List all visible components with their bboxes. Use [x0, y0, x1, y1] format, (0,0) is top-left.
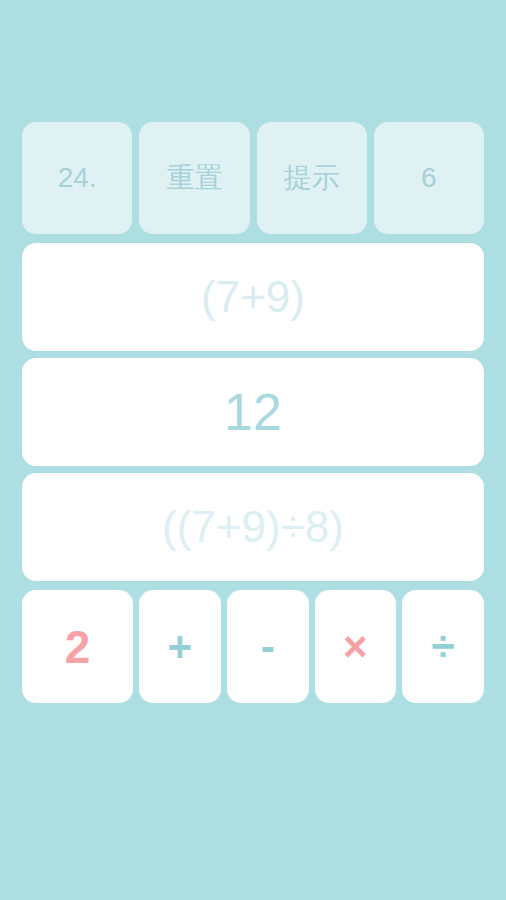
subtract-button[interactable]: - — [227, 590, 309, 703]
toolbar: 24. 重置 提示 6 — [22, 122, 484, 234]
number-card-2[interactable]: 2 — [22, 590, 133, 703]
add-button[interactable]: + — [139, 590, 221, 703]
divide-button[interactable]: ÷ — [402, 590, 484, 703]
display-subexpression: (7+9) — [22, 243, 484, 351]
current-value-text: 12 — [224, 382, 282, 442]
target-card: 24. — [22, 122, 132, 234]
number-card-6[interactable]: 6 — [374, 122, 484, 234]
app-screen: 24. 重置 提示 6 (7+9) 12 ((7+9)÷8) 2 + - × ÷ — [0, 0, 506, 900]
display-current-value: 12 — [22, 358, 484, 466]
keypad: 2 + - × ÷ — [22, 590, 484, 703]
subexpression-text: (7+9) — [201, 272, 305, 322]
multiply-button[interactable]: × — [315, 590, 397, 703]
display-expression: ((7+9)÷8) — [22, 473, 484, 581]
hint-button[interactable]: 提示 — [257, 122, 367, 234]
expression-text: ((7+9)÷8) — [162, 502, 344, 552]
reset-button[interactable]: 重置 — [139, 122, 249, 234]
